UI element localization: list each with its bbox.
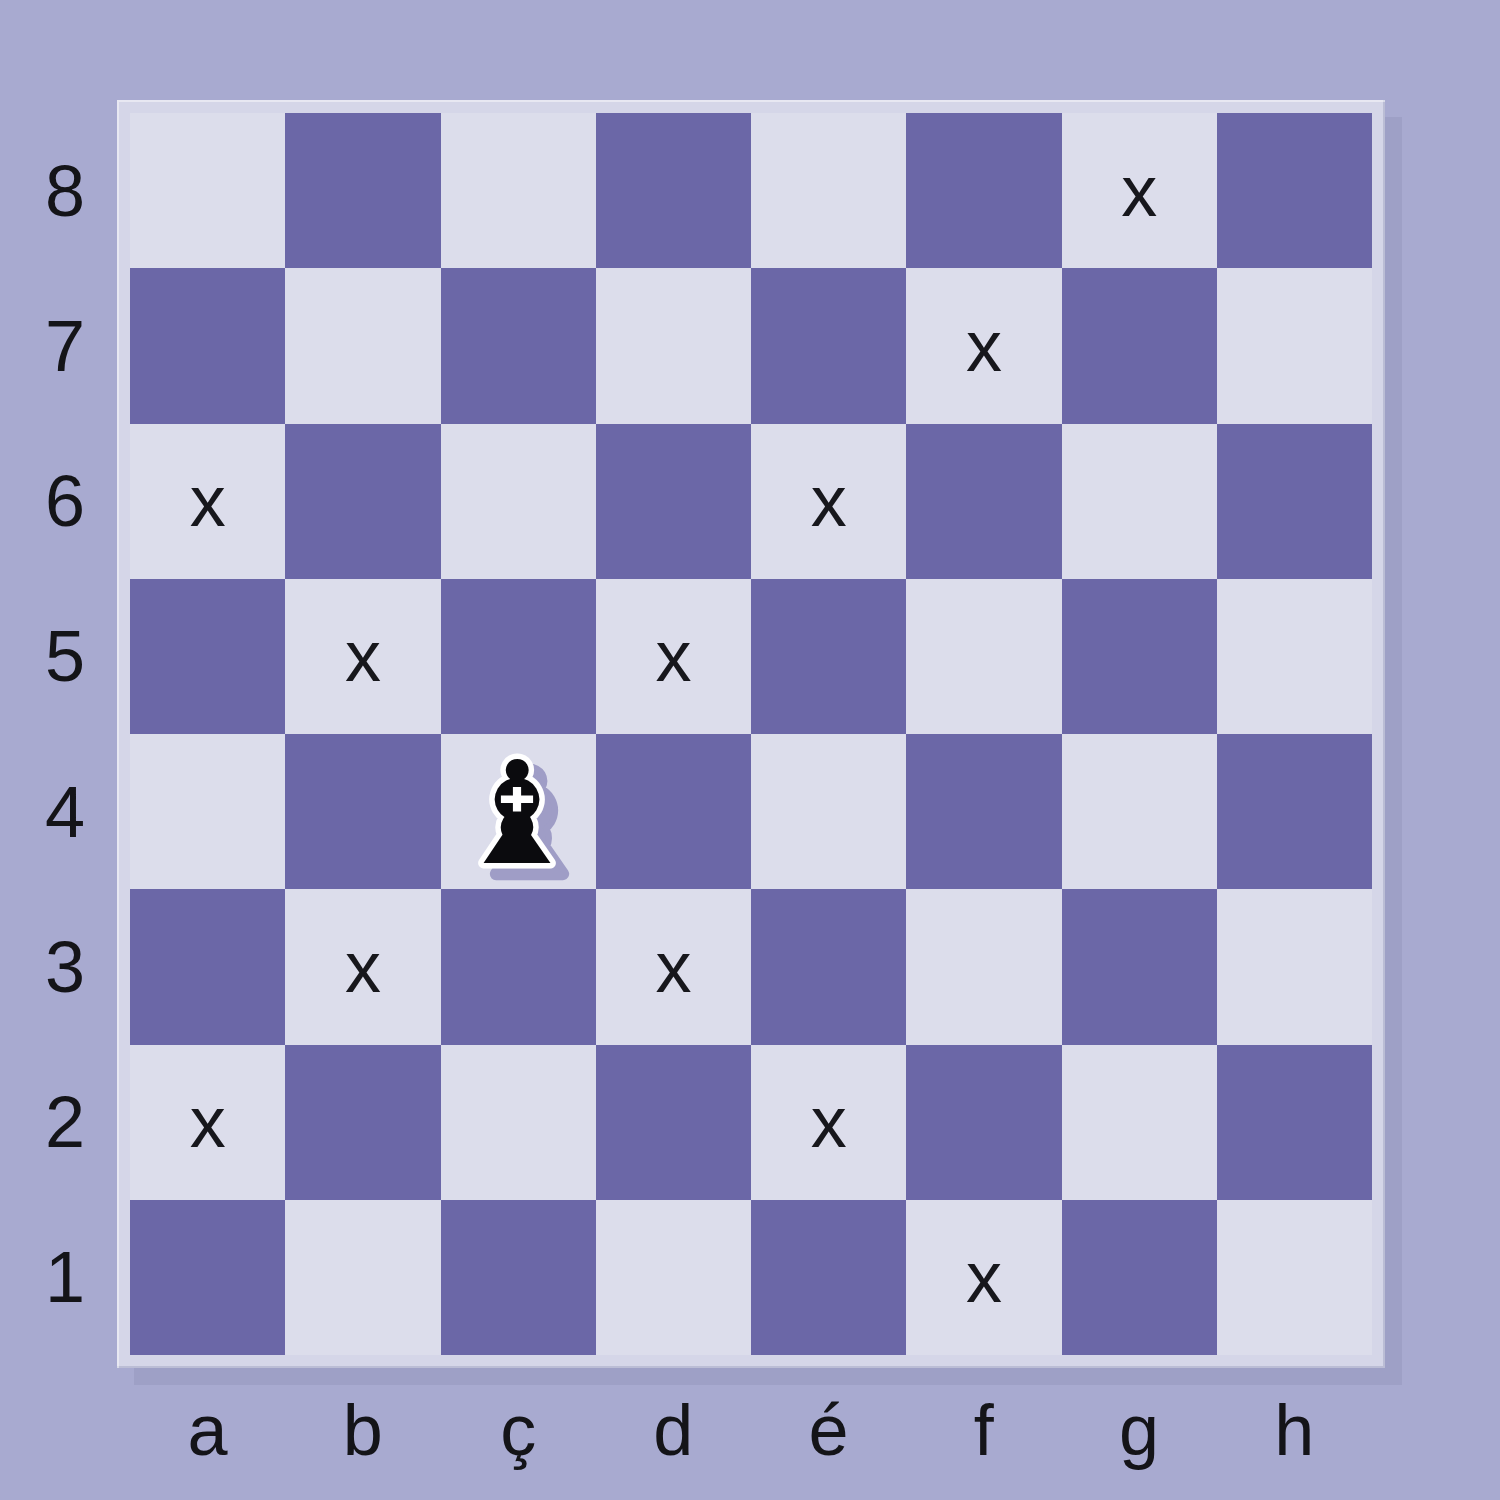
square-f6[interactable] — [906, 424, 1061, 579]
square-f7[interactable]: x — [906, 268, 1061, 423]
square-h7[interactable] — [1217, 268, 1372, 423]
file-label-e: é — [751, 1382, 906, 1477]
board-frame: xxxxxx♝♝xxxxx — [117, 100, 1385, 1368]
square-c2[interactable] — [441, 1045, 596, 1200]
square-g1[interactable] — [1062, 1200, 1217, 1355]
rank-labels: 87654321 — [25, 113, 105, 1355]
square-d4[interactable] — [596, 734, 751, 889]
square-f5[interactable] — [906, 579, 1061, 734]
square-c4[interactable]: ♝♝ — [441, 734, 596, 889]
file-label-h: h — [1217, 1382, 1372, 1477]
square-g7[interactable] — [1062, 268, 1217, 423]
move-mark-a2: x — [190, 1086, 226, 1158]
rank-label-3: 3 — [25, 889, 105, 1044]
square-a5[interactable] — [130, 579, 285, 734]
move-mark-d5: x — [655, 620, 691, 692]
square-e6[interactable]: x — [751, 424, 906, 579]
square-d2[interactable] — [596, 1045, 751, 1200]
square-a7[interactable] — [130, 268, 285, 423]
file-label-g: g — [1062, 1382, 1217, 1477]
rank-label-6: 6 — [25, 424, 105, 579]
rank-label-5: 5 — [25, 579, 105, 734]
square-c7[interactable] — [441, 268, 596, 423]
move-mark-e6: x — [811, 465, 847, 537]
square-g2[interactable] — [1062, 1045, 1217, 1200]
rank-label-8: 8 — [25, 113, 105, 268]
square-h3[interactable] — [1217, 889, 1372, 1044]
square-h2[interactable] — [1217, 1045, 1372, 1200]
square-g6[interactable] — [1062, 424, 1217, 579]
rank-label-2: 2 — [25, 1045, 105, 1200]
square-a6[interactable]: x — [130, 424, 285, 579]
move-mark-b3: x — [345, 931, 381, 1003]
square-d1[interactable] — [596, 1200, 751, 1355]
move-mark-e2: x — [811, 1086, 847, 1158]
square-b3[interactable]: x — [285, 889, 440, 1044]
square-b5[interactable]: x — [285, 579, 440, 734]
square-b2[interactable] — [285, 1045, 440, 1200]
square-e4[interactable] — [751, 734, 906, 889]
square-e5[interactable] — [751, 579, 906, 734]
rank-label-4: 4 — [25, 734, 105, 889]
file-label-f: f — [906, 1382, 1061, 1477]
square-f8[interactable] — [906, 113, 1061, 268]
square-b1[interactable] — [285, 1200, 440, 1355]
square-e8[interactable] — [751, 113, 906, 268]
square-g4[interactable] — [1062, 734, 1217, 889]
square-b8[interactable] — [285, 113, 440, 268]
square-e7[interactable] — [751, 268, 906, 423]
black-bishop: ♝♝ — [441, 734, 596, 889]
square-a2[interactable]: x — [130, 1045, 285, 1200]
square-f2[interactable] — [906, 1045, 1061, 1200]
square-a3[interactable] — [130, 889, 285, 1044]
square-h6[interactable] — [1217, 424, 1372, 579]
square-f3[interactable] — [906, 889, 1061, 1044]
square-e3[interactable] — [751, 889, 906, 1044]
file-label-b: b — [285, 1382, 440, 1477]
square-b7[interactable] — [285, 268, 440, 423]
square-b6[interactable] — [285, 424, 440, 579]
square-d8[interactable] — [596, 113, 751, 268]
square-h4[interactable] — [1217, 734, 1372, 889]
square-e1[interactable] — [751, 1200, 906, 1355]
move-mark-a6: x — [190, 465, 226, 537]
square-g3[interactable] — [1062, 889, 1217, 1044]
square-h1[interactable] — [1217, 1200, 1372, 1355]
chess-diagram: 87654321 xxxxxx♝♝xxxxx abçdéfgh — [0, 0, 1500, 1500]
square-g5[interactable] — [1062, 579, 1217, 734]
square-f4[interactable] — [906, 734, 1061, 889]
square-d3[interactable]: x — [596, 889, 751, 1044]
square-c3[interactable] — [441, 889, 596, 1044]
square-h5[interactable] — [1217, 579, 1372, 734]
file-label-a: a — [130, 1382, 285, 1477]
file-label-c: ç — [441, 1382, 596, 1477]
move-mark-d3: x — [655, 931, 691, 1003]
rank-label-1: 1 — [25, 1200, 105, 1355]
square-c8[interactable] — [441, 113, 596, 268]
square-b4[interactable] — [285, 734, 440, 889]
square-d7[interactable] — [596, 268, 751, 423]
square-c5[interactable] — [441, 579, 596, 734]
svg-text:♝: ♝ — [453, 730, 581, 897]
rank-label-7: 7 — [25, 268, 105, 423]
square-c1[interactable] — [441, 1200, 596, 1355]
square-d6[interactable] — [596, 424, 751, 579]
square-d5[interactable]: x — [596, 579, 751, 734]
square-a1[interactable] — [130, 1200, 285, 1355]
square-c6[interactable] — [441, 424, 596, 579]
square-h8[interactable] — [1217, 113, 1372, 268]
square-g8[interactable]: x — [1062, 113, 1217, 268]
move-mark-f7: x — [966, 310, 1002, 382]
square-f1[interactable]: x — [906, 1200, 1061, 1355]
square-e2[interactable]: x — [751, 1045, 906, 1200]
square-a4[interactable] — [130, 734, 285, 889]
square-a8[interactable] — [130, 113, 285, 268]
move-mark-f1: x — [966, 1241, 1002, 1313]
move-mark-g8: x — [1121, 155, 1157, 227]
file-label-d: d — [596, 1382, 751, 1477]
move-mark-b5: x — [345, 620, 381, 692]
chess-board: xxxxxx♝♝xxxxx — [130, 113, 1372, 1355]
file-labels: abçdéfgh — [130, 1382, 1372, 1477]
